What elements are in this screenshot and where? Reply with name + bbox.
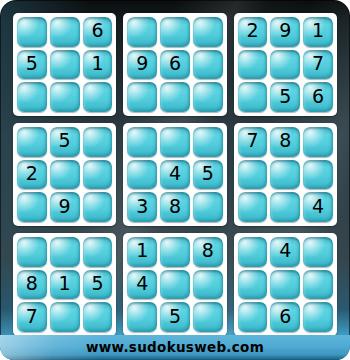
cell-r4c7[interactable]: 7 [238,127,268,157]
cell-r8c9[interactable] [303,270,333,300]
cell-r9c1[interactable]: 7 [17,302,47,332]
cell-r9c5[interactable]: 5 [160,302,190,332]
cell-r9c3[interactable] [83,302,113,332]
given-digit: 1 [312,21,324,40]
cell-r9c9[interactable] [303,302,333,332]
cell-r7c3[interactable] [83,237,113,267]
cell-r8c7[interactable] [238,270,268,300]
box-2: 96 [123,13,226,116]
cell-r8c1[interactable]: 8 [17,270,47,300]
cell-r4c8[interactable]: 8 [270,127,300,157]
cell-r4c9[interactable] [303,127,333,157]
cell-r5c7[interactable] [238,160,268,190]
cell-r4c3[interactable] [83,127,113,157]
given-digit: 6 [279,307,291,326]
cell-r7c5[interactable] [160,237,190,267]
box-4: 529 [13,123,116,226]
cell-r7c6[interactable]: 8 [193,237,223,267]
given-digit: 8 [202,241,214,260]
cell-r7c2[interactable] [50,237,80,267]
cell-r4c5[interactable] [160,127,190,157]
cell-r7c4[interactable]: 1 [127,237,157,267]
given-digit: 5 [202,164,214,183]
cell-r1c8[interactable]: 9 [270,17,300,47]
cell-r2c6[interactable] [193,50,223,80]
box-1: 651 [13,13,116,116]
cell-r1c3[interactable]: 6 [83,17,113,47]
cell-r6c7[interactable] [238,192,268,222]
given-digit: 5 [59,131,71,150]
cell-r5c8[interactable] [270,160,300,190]
cell-r2c4[interactable]: 9 [127,50,157,80]
box-6: 784 [234,123,337,226]
cell-r8c8[interactable] [270,270,300,300]
given-digit: 8 [26,274,38,293]
sudoku-grid: 6519629175652945387848157184546 [13,13,337,336]
cell-r2c9[interactable]: 7 [303,50,333,80]
cell-r1c9[interactable]: 1 [303,17,333,47]
cell-r8c6[interactable] [193,270,223,300]
box-5: 4538 [123,123,226,226]
given-digit: 7 [312,54,324,73]
given-digit: 3 [136,197,148,216]
cell-r8c2[interactable]: 1 [50,270,80,300]
cell-r4c1[interactable] [17,127,47,157]
given-digit: 6 [312,87,324,106]
cell-r3c5[interactable] [160,82,190,112]
cell-r3c7[interactable] [238,82,268,112]
cell-r3c3[interactable] [83,82,113,112]
cell-r3c6[interactable] [193,82,223,112]
given-digit: 5 [26,54,38,73]
cell-r9c8[interactable]: 6 [270,302,300,332]
cell-r7c8[interactable]: 4 [270,237,300,267]
given-digit: 4 [279,241,291,260]
given-digit: 4 [136,274,148,293]
given-digit: 9 [59,197,71,216]
cell-r6c9[interactable]: 4 [303,192,333,222]
given-digit: 1 [136,241,148,260]
given-digit: 9 [279,21,291,40]
cell-r9c2[interactable] [50,302,80,332]
website-url[interactable]: www.sudokusweb.com [86,339,264,355]
given-digit: 9 [136,54,148,73]
cell-r2c5[interactable]: 6 [160,50,190,80]
cell-r3c8[interactable]: 5 [270,82,300,112]
cell-r7c1[interactable] [17,237,47,267]
given-digit: 5 [169,307,181,326]
cell-r6c2[interactable]: 9 [50,192,80,222]
cell-r9c7[interactable] [238,302,268,332]
footer-bar: www.sudokusweb.com [0,335,350,360]
given-digit: 7 [26,307,38,326]
cell-r6c4[interactable]: 3 [127,192,157,222]
cell-r3c2[interactable] [50,82,80,112]
given-digit: 1 [59,274,71,293]
box-7: 8157 [13,233,116,336]
given-digit: 2 [26,164,38,183]
cell-r4c4[interactable] [127,127,157,157]
cell-r5c3[interactable] [83,160,113,190]
given-digit: 1 [91,54,103,73]
cell-r9c6[interactable] [193,302,223,332]
cell-r3c4[interactable] [127,82,157,112]
cell-r1c6[interactable] [193,17,223,47]
cell-r6c5[interactable]: 8 [160,192,190,222]
cell-r5c2[interactable] [50,160,80,190]
cell-r6c1[interactable] [17,192,47,222]
cell-r8c5[interactable] [160,270,190,300]
cell-r1c7[interactable]: 2 [238,17,268,47]
given-digit: 2 [247,21,259,40]
cell-r5c5[interactable]: 4 [160,160,190,190]
given-digit: 8 [279,131,291,150]
given-digit: 8 [169,197,181,216]
cell-r1c2[interactable] [50,17,80,47]
given-digit: 5 [279,87,291,106]
cell-r8c4[interactable]: 4 [127,270,157,300]
cell-r2c8[interactable] [270,50,300,80]
cell-r2c7[interactable] [238,50,268,80]
sudoku-board: 6519629175652945387848157184546 www.sudo… [0,0,350,360]
given-digit: 5 [91,274,103,293]
cell-r2c3[interactable]: 1 [83,50,113,80]
cell-r1c1[interactable] [17,17,47,47]
cell-r2c2[interactable] [50,50,80,80]
given-digit: 4 [312,197,324,216]
cell-r6c8[interactable] [270,192,300,222]
cell-r1c5[interactable] [160,17,190,47]
box-3: 291756 [234,13,337,116]
cell-r5c4[interactable] [127,160,157,190]
cell-r5c9[interactable] [303,160,333,190]
given-digit: 6 [169,54,181,73]
cell-r1c4[interactable] [127,17,157,47]
cell-r2c1[interactable]: 5 [17,50,47,80]
cell-r4c6[interactable] [193,127,223,157]
cell-r7c9[interactable] [303,237,333,267]
cell-r9c4[interactable] [127,302,157,332]
given-digit: 6 [91,21,103,40]
cell-r4c2[interactable]: 5 [50,127,80,157]
cell-r8c3[interactable]: 5 [83,270,113,300]
cell-r7c7[interactable] [238,237,268,267]
box-8: 1845 [123,233,226,336]
given-digit: 7 [247,131,259,150]
cell-r6c3[interactable] [83,192,113,222]
cell-r5c6[interactable]: 5 [193,160,223,190]
box-9: 46 [234,233,337,336]
cell-r6c6[interactable] [193,192,223,222]
cell-r3c1[interactable] [17,82,47,112]
cell-r5c1[interactable]: 2 [17,160,47,190]
given-digit: 4 [169,164,181,183]
cell-r3c9[interactable]: 6 [303,82,333,112]
